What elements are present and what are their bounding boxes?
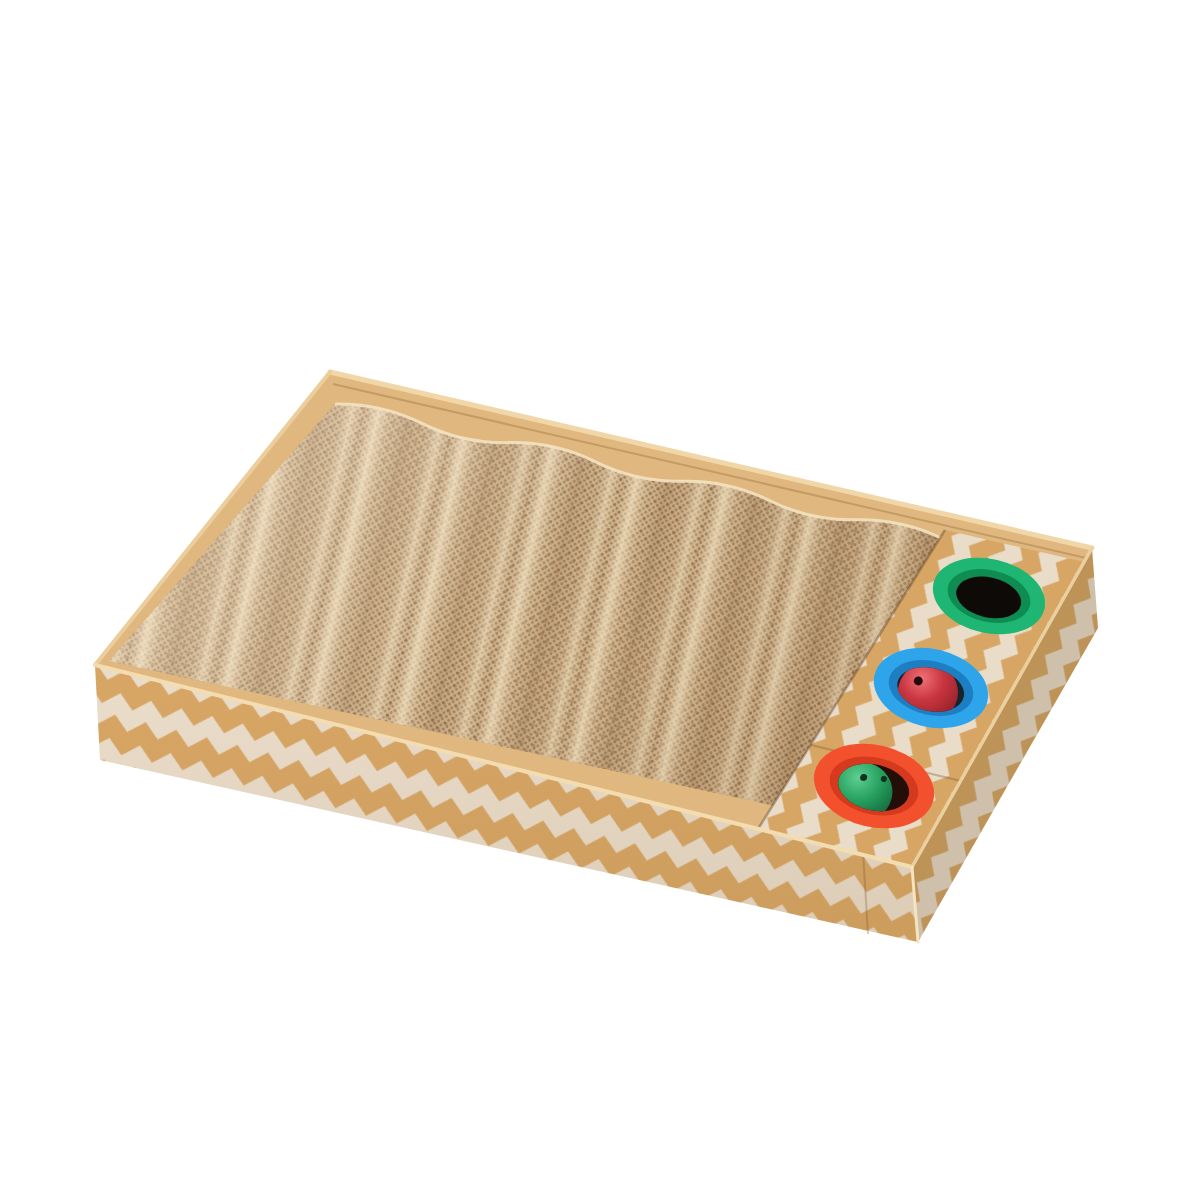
scratcher-box [95,372,1098,942]
photo-background [0,0,1200,1200]
product-photo [0,0,1200,1200]
cat-scratcher-scene [0,0,1200,1200]
